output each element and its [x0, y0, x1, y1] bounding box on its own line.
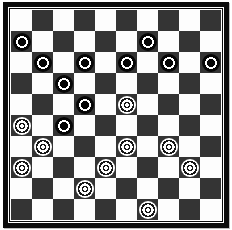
board-square-r2c1[interactable]: [32, 52, 53, 73]
board-square-r5c8[interactable]: [179, 115, 200, 136]
board-square-r2c8: [179, 52, 200, 73]
draughts-diagram: [0, 0, 232, 230]
board-square-r1c7: [158, 31, 179, 52]
board-square-r6c6: [137, 136, 158, 157]
board-square-r6c4: [95, 136, 116, 157]
board-square-r9c4[interactable]: [95, 199, 116, 220]
board-square-r3c2[interactable]: [53, 73, 74, 94]
board-square-r9c7: [158, 199, 179, 220]
board-square-r7c0[interactable]: [11, 157, 32, 178]
white-man-piece[interactable]: [34, 138, 52, 156]
board-square-r9c2[interactable]: [53, 199, 74, 220]
white-man-piece[interactable]: [97, 159, 115, 177]
black-man-piece[interactable]: [76, 54, 94, 72]
board-square-r8c5[interactable]: [116, 178, 137, 199]
board-square-r1c1: [32, 31, 53, 52]
board-square-r3c3: [74, 73, 95, 94]
board-square-r0c3[interactable]: [74, 10, 95, 31]
board-square-r0c0: [11, 10, 32, 31]
board-square-r7c8[interactable]: [179, 157, 200, 178]
board-square-r2c4: [95, 52, 116, 73]
board-square-r9c6[interactable]: [137, 199, 158, 220]
white-man-piece[interactable]: [118, 138, 136, 156]
board-square-r7c6[interactable]: [137, 157, 158, 178]
board-square-r2c5[interactable]: [116, 52, 137, 73]
board-square-r4c1[interactable]: [32, 94, 53, 115]
board-square-r0c8: [179, 10, 200, 31]
black-man-piece[interactable]: [118, 54, 136, 72]
board-square-r9c5: [116, 199, 137, 220]
board-square-r3c5: [116, 73, 137, 94]
white-man-piece[interactable]: [181, 159, 199, 177]
board-square-r0c6: [137, 10, 158, 31]
board-square-r5c0[interactable]: [11, 115, 32, 136]
board-square-r7c5: [116, 157, 137, 178]
board-square-r2c0: [11, 52, 32, 73]
board-square-r9c8[interactable]: [179, 199, 200, 220]
board-square-r5c6[interactable]: [137, 115, 158, 136]
board-square-r6c9[interactable]: [200, 136, 221, 157]
board-square-r3c6[interactable]: [137, 73, 158, 94]
board-square-r5c3: [74, 115, 95, 136]
board-square-r6c5[interactable]: [116, 136, 137, 157]
board-square-r0c4: [95, 10, 116, 31]
board-square-r0c7[interactable]: [158, 10, 179, 31]
board-square-r1c5: [116, 31, 137, 52]
board-square-r5c4[interactable]: [95, 115, 116, 136]
board-square-r8c2: [53, 178, 74, 199]
board-square-r4c2: [53, 94, 74, 115]
black-man-piece[interactable]: [34, 54, 52, 72]
black-man-piece[interactable]: [13, 33, 31, 51]
board-square-r3c1: [32, 73, 53, 94]
board-square-r9c9: [200, 199, 221, 220]
board-square-r4c0: [11, 94, 32, 115]
board-square-r8c9[interactable]: [200, 178, 221, 199]
board-square-r0c5[interactable]: [116, 10, 137, 31]
board-square-r6c8: [179, 136, 200, 157]
board-square-r0c1[interactable]: [32, 10, 53, 31]
board-square-r6c3[interactable]: [74, 136, 95, 157]
board-square-r9c1: [32, 199, 53, 220]
board-square-r4c3[interactable]: [74, 94, 95, 115]
board-square-r1c8[interactable]: [179, 31, 200, 52]
black-man-piece[interactable]: [55, 117, 73, 135]
white-man-piece[interactable]: [76, 180, 94, 198]
board-square-r3c0[interactable]: [11, 73, 32, 94]
board-square-r8c6: [137, 178, 158, 199]
board-square-r4c5[interactable]: [116, 94, 137, 115]
board-square-r4c7[interactable]: [158, 94, 179, 115]
board-square-r5c2[interactable]: [53, 115, 74, 136]
draughts-board: [11, 10, 221, 220]
board-square-r7c1: [32, 157, 53, 178]
board-square-r3c7: [158, 73, 179, 94]
board-square-r2c3[interactable]: [74, 52, 95, 73]
board-square-r1c6[interactable]: [137, 31, 158, 52]
black-man-piece[interactable]: [139, 33, 157, 51]
board-square-r7c4[interactable]: [95, 157, 116, 178]
black-man-piece[interactable]: [55, 75, 73, 93]
board-square-r6c7[interactable]: [158, 136, 179, 157]
board-square-r9c3: [74, 199, 95, 220]
board-square-r5c5: [116, 115, 137, 136]
board-square-r1c2[interactable]: [53, 31, 74, 52]
board-square-r3c8[interactable]: [179, 73, 200, 94]
board-square-r7c2[interactable]: [53, 157, 74, 178]
board-square-r5c1: [32, 115, 53, 136]
board-square-r1c3: [74, 31, 95, 52]
board-square-r1c4[interactable]: [95, 31, 116, 52]
white-man-piece[interactable]: [13, 117, 31, 135]
black-man-piece[interactable]: [76, 96, 94, 114]
board-square-r2c7[interactable]: [158, 52, 179, 73]
board-square-r6c1[interactable]: [32, 136, 53, 157]
board-square-r8c1[interactable]: [32, 178, 53, 199]
white-man-piece[interactable]: [139, 201, 157, 219]
board-square-r4c4: [95, 94, 116, 115]
board-square-r4c9[interactable]: [200, 94, 221, 115]
board-square-r8c8: [179, 178, 200, 199]
board-square-r3c9: [200, 73, 221, 94]
board-square-r7c7: [158, 157, 179, 178]
board-square-r8c4: [95, 178, 116, 199]
board-square-r2c2: [53, 52, 74, 73]
board-square-r6c0: [11, 136, 32, 157]
board-square-r8c3[interactable]: [74, 178, 95, 199]
black-man-piece[interactable]: [202, 54, 220, 72]
board-square-r9c0[interactable]: [11, 199, 32, 220]
white-man-piece[interactable]: [160, 138, 178, 156]
board-square-r7c9: [200, 157, 221, 178]
board-square-r0c9[interactable]: [200, 10, 221, 31]
board-square-r1c0[interactable]: [11, 31, 32, 52]
board-square-r0c2: [53, 10, 74, 31]
white-man-piece[interactable]: [13, 159, 31, 177]
board-square-r4c6: [137, 94, 158, 115]
board-inner-frame: [9, 8, 223, 222]
white-man-piece[interactable]: [118, 96, 136, 114]
board-square-r2c6: [137, 52, 158, 73]
board-square-r4c8: [179, 94, 200, 115]
board-square-r7c3: [74, 157, 95, 178]
board-square-r6c2: [53, 136, 74, 157]
board-square-r1c9: [200, 31, 221, 52]
board-square-r5c7: [158, 115, 179, 136]
black-man-piece[interactable]: [160, 54, 178, 72]
board-square-r8c0: [11, 178, 32, 199]
board-outer-frame: [3, 2, 229, 228]
board-square-r5c9: [200, 115, 221, 136]
board-square-r8c7[interactable]: [158, 178, 179, 199]
board-square-r3c4[interactable]: [95, 73, 116, 94]
board-square-r2c9[interactable]: [200, 52, 221, 73]
